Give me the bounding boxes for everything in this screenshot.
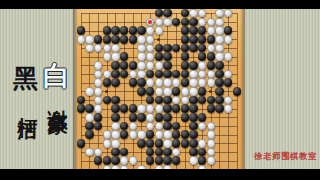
black-stone (215, 61, 223, 69)
black-stone (163, 156, 171, 164)
black-stone (189, 44, 197, 52)
white-player-name: 谢尔豪 (45, 94, 72, 100)
white-stone (198, 122, 206, 130)
black-stone (111, 70, 119, 78)
black-stone (189, 18, 197, 26)
left-panel-background: 黑 白 柯洁 谢尔豪 (0, 9, 75, 169)
black-stone (155, 148, 163, 156)
black-stone (155, 70, 163, 78)
black-stone (198, 44, 206, 52)
black-stone (189, 113, 197, 121)
white-stone (163, 139, 171, 147)
white-stone (224, 35, 232, 43)
black-stone (198, 52, 206, 60)
black-stone (163, 104, 171, 112)
star-point (157, 38, 160, 41)
black-stone (94, 156, 102, 164)
white-stone (207, 26, 215, 34)
black-stone (146, 156, 154, 164)
black-stone (137, 87, 145, 95)
black-stone (111, 104, 119, 112)
black-stone (198, 35, 206, 43)
black-stone (120, 70, 128, 78)
black-stone (189, 104, 197, 112)
black-stone (163, 70, 171, 78)
black-stone (137, 78, 145, 86)
black-stone (181, 44, 189, 52)
white-stone (85, 148, 93, 156)
black-stone (163, 113, 171, 121)
black-stone (163, 148, 171, 156)
black-stone (163, 61, 171, 69)
white-stone (207, 148, 215, 156)
star-point (105, 90, 108, 93)
white-stone (94, 44, 102, 52)
white-stone (146, 52, 154, 60)
white-stone (198, 139, 206, 147)
black-stone (155, 44, 163, 52)
black-stone (111, 113, 119, 121)
black-stone (198, 87, 206, 95)
black-stone (146, 148, 154, 156)
black-stone (85, 130, 93, 138)
white-stone (111, 44, 119, 52)
black-stone (111, 61, 119, 69)
white-stone (85, 35, 93, 43)
black-stone (198, 156, 206, 164)
white-stone (224, 52, 232, 60)
black-stone (155, 9, 163, 17)
white-stone (155, 78, 163, 86)
white-stone (224, 104, 232, 112)
white-stone (215, 26, 223, 34)
white-stone (94, 87, 102, 95)
white-stone (172, 78, 180, 86)
black-stone (189, 26, 197, 34)
black-stone (129, 104, 137, 112)
black-stone (172, 18, 180, 26)
white-stone (146, 113, 154, 121)
black-stone (163, 52, 171, 60)
black-stone (189, 122, 197, 130)
black-stone (163, 122, 171, 130)
black-player-name: 柯洁 (15, 102, 42, 106)
black-stone (181, 70, 189, 78)
white-stone (198, 9, 206, 17)
black-stone (94, 113, 102, 121)
black-stone (198, 26, 206, 34)
white-stone (224, 70, 232, 78)
black-stone (111, 78, 119, 86)
white-stone (207, 156, 215, 164)
white-stone (111, 122, 119, 130)
black-stone (181, 9, 189, 17)
black-stone (94, 35, 102, 43)
white-stone (111, 52, 119, 60)
white-stone (163, 130, 171, 138)
black-stone (172, 104, 180, 112)
white-stone (129, 130, 137, 138)
white-stone (137, 35, 145, 43)
content-strip: 黑 白 柯洁 谢尔豪 (0, 9, 320, 169)
black-stone (120, 26, 128, 34)
white-stone (215, 35, 223, 43)
black-stone (146, 130, 154, 138)
white-stone (207, 122, 215, 130)
black-stone (94, 122, 102, 130)
white-stone (146, 44, 154, 52)
white-stone (155, 18, 163, 26)
white-stone (224, 96, 232, 104)
white-stone (111, 139, 119, 147)
white-stone (189, 9, 197, 17)
white-stone (155, 61, 163, 69)
black-stone (155, 156, 163, 164)
black-stone (163, 44, 171, 52)
white-stone (103, 44, 111, 52)
white-stone (215, 18, 223, 26)
letterbox-bottom (0, 169, 320, 180)
white-stone (146, 78, 154, 86)
white-stone (146, 104, 154, 112)
white-stone (146, 61, 154, 69)
black-stone (181, 18, 189, 26)
white-stone (172, 148, 180, 156)
white-stone (111, 130, 119, 138)
black-stone (137, 139, 145, 147)
white-stone (129, 70, 137, 78)
black-stone (137, 26, 145, 34)
black-stone (163, 96, 171, 104)
black-stone (215, 78, 223, 86)
white-stone (207, 44, 215, 52)
black-stone (129, 61, 137, 69)
black-stone (146, 87, 154, 95)
black-stone (181, 139, 189, 147)
black-stone (146, 96, 154, 104)
white-stone (103, 130, 111, 138)
black-stone (155, 96, 163, 104)
white-stone (129, 156, 137, 164)
white-stone (207, 18, 215, 26)
black-stone (111, 35, 119, 43)
white-stone (189, 87, 197, 95)
white-stone (181, 87, 189, 95)
black-stone (129, 26, 137, 34)
white-stone (103, 52, 111, 60)
white-stone (198, 78, 206, 86)
white-stone (155, 130, 163, 138)
white-stone (215, 52, 223, 60)
black-stone (120, 61, 128, 69)
white-stone (146, 26, 154, 34)
black-stone (189, 148, 197, 156)
black-stone (215, 87, 223, 95)
white-stone (207, 130, 215, 138)
white-stone (189, 70, 197, 78)
black-stone (155, 139, 163, 147)
white-stone (85, 113, 93, 121)
white-stone (94, 78, 102, 86)
white-stone (224, 9, 232, 17)
board-left-shadow (73, 9, 78, 169)
black-stone (189, 96, 197, 104)
black-stone (85, 104, 93, 112)
white-player-label: 白 (43, 62, 70, 89)
black-stone (215, 104, 223, 112)
white-stone (215, 9, 223, 17)
black-stone (181, 78, 189, 86)
black-stone (129, 35, 137, 43)
black-stone (103, 78, 111, 86)
black-stone (189, 139, 197, 147)
black-stone (224, 26, 232, 34)
last-move-marker (148, 20, 151, 23)
black-stone (172, 139, 180, 147)
white-stone (137, 44, 145, 52)
white-stone (163, 18, 171, 26)
white-stone (155, 87, 163, 95)
white-stone (103, 139, 111, 147)
black-stone (146, 70, 154, 78)
video-frame: 黑 白 柯洁 谢尔豪 徐老师围棋教室 (0, 0, 320, 180)
board-right-shadow (240, 9, 245, 169)
black-stone (111, 96, 119, 104)
black-stone (198, 96, 206, 104)
go-board[interactable] (75, 9, 243, 169)
black-stone (215, 96, 223, 104)
black-stone (207, 61, 215, 69)
black-stone (181, 35, 189, 43)
white-stone (198, 18, 206, 26)
black-stone (181, 104, 189, 112)
black-stone (120, 122, 128, 130)
black-stone (224, 78, 232, 86)
white-stone (155, 104, 163, 112)
black-stone (129, 78, 137, 86)
black-stone (120, 148, 128, 156)
black-stone (172, 156, 180, 164)
white-stone (94, 70, 102, 78)
black-stone (103, 26, 111, 34)
black-stone (189, 35, 197, 43)
black-stone (198, 148, 206, 156)
black-stone (215, 70, 223, 78)
black-stone (103, 96, 111, 104)
white-stone (189, 78, 197, 86)
white-stone (129, 122, 137, 130)
black-stone (137, 113, 145, 121)
white-stone (94, 96, 102, 104)
letterbox-top (0, 0, 320, 9)
black-stone (155, 52, 163, 60)
black-stone (172, 44, 180, 52)
white-stone (181, 96, 189, 104)
black-stone (129, 113, 137, 121)
black-stone (120, 104, 128, 112)
white-stone (207, 70, 215, 78)
white-stone (137, 70, 145, 78)
black-stone (172, 130, 180, 138)
black-stone (155, 113, 163, 121)
black-stone (207, 35, 215, 43)
white-stone (94, 104, 102, 112)
white-stone (207, 78, 215, 86)
white-stone (207, 139, 215, 147)
black-stone (172, 70, 180, 78)
black-stone (163, 9, 171, 17)
white-stone (155, 122, 163, 130)
white-stone (198, 70, 206, 78)
black-stone (146, 139, 154, 147)
black-stone (189, 61, 197, 69)
white-stone (94, 61, 102, 69)
white-stone (103, 70, 111, 78)
white-stone (163, 78, 171, 86)
black-stone (181, 61, 189, 69)
black-stone (181, 130, 189, 138)
black-stone (120, 130, 128, 138)
black-stone (111, 148, 119, 156)
white-stone (85, 87, 93, 95)
white-stone (198, 61, 206, 69)
white-stone (137, 130, 145, 138)
black-stone (207, 96, 215, 104)
white-stone (172, 96, 180, 104)
black-stone (189, 130, 197, 138)
white-stone (163, 87, 171, 95)
right-panel-background (243, 9, 320, 169)
black-stone (103, 156, 111, 164)
black-stone (85, 122, 93, 130)
black-stone (120, 35, 128, 43)
star-point (209, 90, 212, 93)
white-stone (137, 61, 145, 69)
white-stone (215, 44, 223, 52)
black-stone (181, 52, 189, 60)
white-stone (85, 44, 93, 52)
white-stone (189, 156, 197, 164)
black-stone (207, 104, 215, 112)
black-stone (181, 113, 189, 121)
black-stone (120, 52, 128, 60)
watermark: 徐老师围棋教室 (254, 151, 317, 163)
black-stone (181, 26, 189, 34)
black-stone (207, 52, 215, 60)
black-player-label: 黑 (13, 66, 38, 91)
black-stone (172, 122, 180, 130)
black-stone (103, 35, 111, 43)
white-stone (137, 52, 145, 60)
white-stone (137, 104, 145, 112)
black-stone (111, 156, 119, 164)
white-stone (146, 122, 154, 130)
black-stone (172, 87, 180, 95)
white-stone (120, 156, 128, 164)
white-stone (155, 26, 163, 34)
white-stone (94, 148, 102, 156)
black-stone (111, 26, 119, 34)
black-stone (198, 113, 206, 121)
white-stone (146, 35, 154, 43)
